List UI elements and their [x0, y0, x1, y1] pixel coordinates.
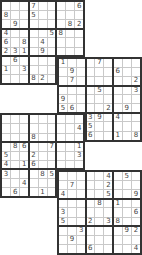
empty-cell-grid3-r7c1[interactable]: [11, 179, 19, 187]
empty-cell-grid1-r3c1[interactable]: [11, 29, 19, 37]
empty-cell-grid4-r4c7[interactable]: [123, 208, 131, 216]
empty-cell-grid3-r0c7[interactable]: [66, 115, 74, 123]
empty-cell-grid2-r0c6[interactable]: [114, 59, 122, 67]
empty-cell-grid2-r3c6[interactable]: [114, 86, 122, 94]
empty-cell-grid4-r7c8[interactable]: [132, 236, 140, 244]
empty-cell-grid2-r4c1[interactable]: [68, 95, 76, 103]
empty-cell-grid1-r1c1[interactable]: [11, 11, 19, 19]
empty-cell-grid3-r1c7[interactable]: [66, 124, 74, 132]
empty-cell-grid3-r3c0[interactable]: [2, 143, 10, 151]
empty-cell-grid3-r3c3[interactable]: [29, 143, 37, 151]
empty-cell-grid1-r4c3[interactable]: [29, 38, 37, 46]
empty-cell-grid4-r1c6[interactable]: [114, 181, 122, 189]
empty-cell-grid2-r8c4[interactable]: [95, 132, 103, 140]
empty-cell-grid4-r3c8[interactable]: [132, 199, 140, 207]
box-separator-line: [28, 2, 30, 83]
empty-cell-grid4-r1c0[interactable]: [59, 181, 67, 189]
empty-cell-grid2-r4c6[interactable]: [114, 95, 122, 103]
given-cell-grid1-r4c0: 6: [2, 38, 10, 46]
box-separator-line: [112, 59, 114, 140]
empty-cell-grid4-r1c4[interactable]: [95, 181, 103, 189]
empty-cell-grid2-r0c1[interactable]: [68, 59, 76, 67]
empty-cell-grid1-r6c3[interactable]: [29, 57, 37, 65]
given-cell-grid2-r6c4: 9: [95, 113, 103, 121]
empty-cell-grid1-r3c4[interactable]: [39, 29, 47, 37]
given-cell-grid4-r8c8: 4: [132, 245, 140, 253]
empty-cell-grid2-r3c7[interactable]: [123, 86, 131, 94]
empty-cell-grid4-r3c3[interactable]: [86, 199, 94, 207]
empty-cell-grid4-r3c7[interactable]: [123, 199, 131, 207]
given-cell-grid1-r3c0: 4: [2, 29, 10, 37]
given-cell-grid2-r8c6: 1: [114, 132, 122, 140]
given-cell-grid2-r3c8: 3: [132, 86, 140, 94]
given-cell-grid4-r0c7: 5: [123, 172, 131, 180]
given-cell-grid3-r4c8: 3: [75, 152, 83, 160]
empty-cell-grid3-r1c6[interactable]: [57, 124, 65, 132]
given-cell-grid4-r8c3: 6: [86, 245, 94, 253]
given-cell-grid4-r3c4: 8: [95, 199, 103, 207]
empty-cell-grid3-r7c3[interactable]: [29, 179, 37, 187]
empty-cell-grid4-r7c0[interactable]: [59, 236, 67, 244]
empty-cell-grid3-r3c7[interactable]: [66, 143, 74, 151]
empty-cell-grid4-r1c7[interactable]: [123, 181, 131, 189]
empty-cell-grid2-r6c8[interactable]: [132, 113, 140, 121]
sudoku-grid-4: 457245981365238392964: [57, 170, 142, 255]
given-cell-grid2-r7c3: 5: [86, 122, 94, 130]
empty-cell-grid2-r3c3[interactable]: [86, 86, 94, 94]
empty-cell-grid3-r0c6[interactable]: [57, 115, 65, 123]
box-separator-line: [85, 172, 87, 253]
given-cell-grid2-r8c8: 8: [132, 132, 140, 140]
empty-cell-grid3-r3c6[interactable]: [57, 143, 65, 151]
empty-cell-grid4-r4c3[interactable]: [86, 208, 94, 216]
empty-cell-grid1-r1c6[interactable]: [57, 11, 65, 19]
empty-cell-grid1-r1c8[interactable]: [75, 11, 83, 19]
given-cell-grid3-r8c1: 6: [11, 188, 19, 196]
empty-cell-grid2-r1c7[interactable]: [123, 68, 131, 76]
empty-cell-grid1-r0c6[interactable]: [57, 2, 65, 10]
given-cell-grid1-r0c8: 6: [75, 2, 83, 10]
empty-cell-grid2-r4c7[interactable]: [123, 95, 131, 103]
empty-cell-grid1-r4c8[interactable]: [75, 38, 83, 46]
empty-cell-grid1-r8c1[interactable]: [11, 75, 19, 83]
given-cell-grid1-r4c4: 4: [39, 38, 47, 46]
empty-cell-grid4-r7c6[interactable]: [114, 236, 122, 244]
empty-cell-grid3-r7c4[interactable]: [39, 179, 47, 187]
empty-cell-grid4-r0c8[interactable]: [132, 172, 140, 180]
empty-cell-grid2-r4c4[interactable]: [95, 95, 103, 103]
empty-cell-grid1-r0c4[interactable]: [39, 2, 47, 10]
empty-cell-grid3-r7c0[interactable]: [2, 179, 10, 187]
empty-cell-grid3-r4c7[interactable]: [66, 152, 74, 160]
empty-cell-grid4-r7c7[interactable]: [123, 236, 131, 244]
empty-cell-grid4-r8c1[interactable]: [68, 245, 76, 253]
given-cell-grid4-r7c1: 9: [68, 236, 76, 244]
empty-cell-grid1-r8c0[interactable]: [2, 75, 10, 83]
empty-cell-grid2-r6c7[interactable]: [123, 113, 131, 121]
given-cell-grid1-r1c0: 8: [2, 11, 10, 19]
empty-cell-grid2-r3c1[interactable]: [68, 86, 76, 94]
box-separator-line: [2, 141, 83, 143]
empty-cell-grid2-r4c3[interactable]: [86, 95, 94, 103]
empty-cell-grid1-r6c4[interactable]: [39, 57, 47, 65]
given-cell-grid2-r6c3: 3: [86, 113, 94, 121]
empty-cell-grid1-r3c8[interactable]: [75, 29, 83, 37]
box-separator-line: [2, 28, 83, 30]
given-cell-grid3-r4c3: 2: [29, 152, 37, 160]
empty-cell-grid1-r0c0[interactable]: [2, 2, 10, 10]
empty-cell-grid2-r0c3[interactable]: [86, 59, 94, 67]
empty-cell-grid3-r0c4[interactable]: [39, 115, 47, 123]
given-cell-grid3-r8c4: 1: [39, 188, 47, 196]
empty-cell-grid4-r8c0[interactable]: [59, 245, 67, 253]
given-cell-grid2-r4c0: 9: [59, 95, 67, 103]
given-cell-grid1-r1c3: 5: [29, 11, 37, 19]
gattai-sudoku-board: 7685982458684231961139827 17967253956293…: [0, 0, 142, 255]
empty-cell-grid4-r6c4[interactable]: [95, 227, 103, 235]
given-cell-grid4-r6c7: 9: [123, 227, 131, 235]
empty-cell-grid1-r1c4[interactable]: [39, 11, 47, 19]
empty-cell-grid1-r6c0[interactable]: [2, 57, 10, 65]
given-cell-grid3-r6c0: 3: [2, 170, 10, 178]
given-cell-grid2-r1c6: 6: [114, 68, 122, 76]
empty-cell-grid2-r1c8[interactable]: [132, 68, 140, 76]
empty-cell-grid1-r7c3[interactable]: [29, 66, 37, 74]
empty-cell-grid4-r6c1[interactable]: [68, 227, 76, 235]
empty-cell-grid4-r6c3[interactable]: [86, 227, 94, 235]
empty-cell-grid4-r4c6[interactable]: [114, 208, 122, 216]
empty-cell-grid3-r6c3[interactable]: [29, 170, 37, 178]
given-cell-grid1-r0c3: 7: [29, 2, 37, 10]
empty-cell-grid2-r7c4[interactable]: [95, 122, 103, 130]
empty-cell-grid4-r8c4[interactable]: [95, 245, 103, 253]
empty-cell-grid1-r7c1[interactable]: [11, 66, 19, 74]
empty-cell-grid4-r6c0[interactable]: [59, 227, 67, 235]
empty-cell-grid4-r7c3[interactable]: [86, 236, 94, 244]
empty-cell-grid1-r3c7[interactable]: [66, 29, 74, 37]
empty-cell-grid1-r4c1[interactable]: [11, 38, 19, 46]
empty-cell-grid4-r4c4[interactable]: [95, 208, 103, 216]
given-cell-grid1-r8c4: 2: [39, 75, 47, 83]
given-cell-grid4-r3c6: 1: [114, 199, 122, 207]
empty-cell-grid1-r0c1[interactable]: [11, 2, 19, 10]
empty-cell-grid3-r1c1[interactable]: [11, 124, 19, 132]
empty-cell-grid3-r6c1[interactable]: [11, 170, 19, 178]
given-cell-grid1-r8c3: 8: [29, 75, 37, 83]
empty-cell-grid4-r3c1[interactable]: [68, 199, 76, 207]
given-cell-grid3-r1c8: 4: [75, 124, 83, 132]
given-cell-grid1-r7c0: 1: [2, 66, 10, 74]
box-separator-line: [28, 115, 30, 196]
empty-cell-grid1-r0c7[interactable]: [66, 2, 74, 10]
given-cell-grid4-r1c1: 7: [68, 181, 76, 189]
empty-cell-grid4-r1c3[interactable]: [86, 181, 94, 189]
empty-cell-grid4-r0c6[interactable]: [114, 172, 122, 180]
empty-cell-grid1-r4c7[interactable]: [66, 38, 74, 46]
given-cell-grid2-r1c1: 9: [68, 68, 76, 76]
given-cell-grid4-r4c0: 3: [59, 208, 67, 216]
empty-cell-grid2-r1c0[interactable]: [59, 68, 67, 76]
empty-cell-grid2-r7c8[interactable]: [132, 122, 140, 130]
empty-cell-grid3-r4c1[interactable]: [11, 152, 19, 160]
empty-cell-grid2-r8c7[interactable]: [123, 132, 131, 140]
empty-cell-grid2-r1c4[interactable]: [95, 68, 103, 76]
empty-cell-grid3-r8c3[interactable]: [29, 188, 37, 196]
empty-cell-grid3-r4c4[interactable]: [39, 152, 47, 160]
empty-cell-grid2-r3c0[interactable]: [59, 86, 67, 94]
empty-cell-grid4-r4c1[interactable]: [68, 208, 76, 216]
given-cell-grid2-r6c6: 4: [114, 113, 122, 121]
given-cell-grid2-r0c0: 1: [59, 59, 67, 67]
empty-cell-grid1-r4c6[interactable]: [57, 38, 65, 46]
empty-cell-grid4-r8c7[interactable]: [123, 245, 131, 253]
empty-cell-grid3-r1c4[interactable]: [39, 124, 47, 132]
given-cell-grid1-r3c6: 8: [57, 29, 65, 37]
box-separator-line: [59, 198, 140, 200]
empty-cell-grid3-r0c8[interactable]: [75, 115, 83, 123]
empty-cell-grid4-r7c4[interactable]: [95, 236, 103, 244]
empty-cell-grid4-r0c1[interactable]: [68, 172, 76, 180]
empty-cell-grid2-r0c7[interactable]: [123, 59, 131, 67]
empty-cell-grid4-r6c6[interactable]: [114, 227, 122, 235]
given-cell-grid3-r4c0: 5: [2, 152, 10, 160]
given-cell-grid2-r0c4: 7: [95, 59, 103, 67]
empty-cell-grid2-r4c8[interactable]: [132, 95, 140, 103]
empty-cell-grid2-r1c3[interactable]: [86, 68, 94, 76]
empty-cell-grid1-r1c7[interactable]: [66, 11, 74, 19]
given-cell-grid2-r3c4: 5: [95, 86, 103, 94]
empty-cell-grid3-r3c4[interactable]: [39, 143, 47, 151]
empty-cell-grid2-r0c8[interactable]: [132, 59, 140, 67]
empty-cell-grid4-r0c4[interactable]: [95, 172, 103, 180]
empty-cell-grid3-r4c6[interactable]: [57, 152, 65, 160]
empty-cell-grid3-r0c3[interactable]: [29, 115, 37, 123]
box-separator-line: [59, 85, 140, 87]
given-cell-grid4-r4c8: 6: [132, 208, 140, 216]
box-separator-line: [112, 172, 114, 253]
empty-cell-grid3-r1c0[interactable]: [2, 124, 10, 132]
empty-cell-grid3-r1c3[interactable]: [29, 124, 37, 132]
empty-cell-grid4-r1c8[interactable]: [132, 181, 140, 189]
empty-cell-grid3-r8c0[interactable]: [2, 188, 10, 196]
box-separator-line: [59, 225, 140, 227]
empty-cell-grid3-r0c0[interactable]: [2, 115, 10, 123]
empty-cell-grid4-r3c0[interactable]: [59, 199, 67, 207]
empty-cell-grid2-r7c7[interactable]: [123, 122, 131, 130]
given-cell-grid2-r8c3: 6: [86, 132, 94, 140]
empty-cell-grid4-r0c0[interactable]: [59, 172, 67, 180]
empty-cell-grid4-r8c6[interactable]: [114, 245, 122, 253]
given-cell-grid3-r3c1: 8: [11, 143, 19, 151]
empty-cell-grid2-r7c6[interactable]: [114, 122, 122, 130]
given-cell-grid3-r3c8: 1: [75, 143, 83, 151]
empty-cell-grid3-r0c1[interactable]: [11, 115, 19, 123]
empty-cell-grid1-r3c3[interactable]: [29, 29, 37, 37]
given-cell-grid3-r6c4: 8: [39, 170, 47, 178]
empty-cell-grid4-r0c3[interactable]: [86, 172, 94, 180]
empty-cell-grid1-r7c4[interactable]: [39, 66, 47, 74]
given-cell-grid1-r6c1: 6: [11, 57, 19, 65]
given-cell-grid4-r6c8: 2: [132, 227, 140, 235]
